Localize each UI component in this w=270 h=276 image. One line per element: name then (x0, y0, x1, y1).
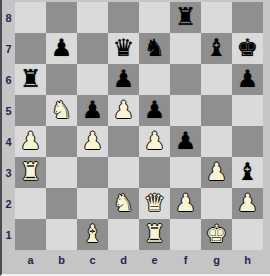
square-e4[interactable]: ♟ (139, 126, 170, 157)
square-h2[interactable]: ♟ (232, 188, 263, 219)
black-pawn[interactable]: ♟ (82, 95, 104, 126)
white-pawn[interactable]: ♟ (144, 126, 166, 157)
square-f5[interactable] (170, 95, 201, 126)
square-e7[interactable]: ♞ (139, 33, 170, 64)
rank-label-2: 2 (2, 188, 15, 219)
black-pawn[interactable]: ♟ (144, 95, 166, 126)
rank-labels: 8 7 6 5 4 3 2 1 (2, 2, 15, 250)
file-labels: a b c d e f g h (15, 251, 263, 269)
white-rook[interactable]: ♜ (144, 219, 166, 250)
square-d6[interactable]: ♟ (108, 64, 139, 95)
black-bishop[interactable]: ♝ (237, 157, 259, 188)
square-c6[interactable] (77, 64, 108, 95)
square-c3[interactable] (77, 157, 108, 188)
square-h5[interactable] (232, 95, 263, 126)
square-e1[interactable]: ♜ (139, 219, 170, 250)
white-knight[interactable]: ♞ (113, 188, 135, 219)
square-b6[interactable] (46, 64, 77, 95)
square-b5[interactable]: ♞ (46, 95, 77, 126)
square-a7[interactable] (15, 33, 46, 64)
black-pawn[interactable]: ♟ (113, 64, 135, 95)
rank-label-4: 4 (2, 126, 15, 157)
file-label-e: e (139, 251, 170, 269)
file-label-d: d (108, 251, 139, 269)
square-a3[interactable]: ♜ (15, 157, 46, 188)
square-d7[interactable]: ♛ (108, 33, 139, 64)
square-d3[interactable] (108, 157, 139, 188)
white-rook[interactable]: ♜ (20, 157, 42, 188)
chess-diagram: 8 7 6 5 4 3 2 1 ♜♟♛♞♝♚♜♟♟♞♟♟♟♟♟♟♟♜♟♝♞♛♟♟… (0, 0, 270, 276)
square-e6[interactable] (139, 64, 170, 95)
square-d4[interactable] (108, 126, 139, 157)
square-b4[interactable] (46, 126, 77, 157)
square-a6[interactable]: ♜ (15, 64, 46, 95)
rank-label-3: 3 (2, 157, 15, 188)
square-d1[interactable] (108, 219, 139, 250)
rank-label-6: 6 (2, 64, 15, 95)
square-d5[interactable]: ♟ (108, 95, 139, 126)
white-pawn[interactable]: ♟ (20, 126, 42, 157)
white-pawn[interactable]: ♟ (113, 95, 135, 126)
square-b8[interactable] (46, 2, 77, 33)
file-label-c: c (77, 251, 108, 269)
square-f2[interactable]: ♟ (170, 188, 201, 219)
square-g6[interactable] (201, 64, 232, 95)
square-c5[interactable]: ♟ (77, 95, 108, 126)
square-h8[interactable] (232, 2, 263, 33)
square-e2[interactable]: ♛ (139, 188, 170, 219)
square-g4[interactable] (201, 126, 232, 157)
square-c1[interactable]: ♝ (77, 219, 108, 250)
board[interactable]: ♜♟♛♞♝♚♜♟♟♞♟♟♟♟♟♟♟♜♟♝♞♛♟♟♝♜♚ (15, 2, 263, 250)
square-b1[interactable] (46, 219, 77, 250)
black-rook[interactable]: ♜ (20, 64, 42, 95)
rank-label-8: 8 (2, 2, 15, 33)
black-pawn[interactable]: ♟ (175, 126, 197, 157)
square-f3[interactable] (170, 157, 201, 188)
file-label-f: f (170, 251, 201, 269)
square-c2[interactable] (77, 188, 108, 219)
square-g3[interactable]: ♟ (201, 157, 232, 188)
rank-label-5: 5 (2, 95, 15, 126)
black-pawn[interactable]: ♟ (237, 64, 259, 95)
square-f7[interactable] (170, 33, 201, 64)
square-e5[interactable]: ♟ (139, 95, 170, 126)
square-g7[interactable]: ♝ (201, 33, 232, 64)
white-pawn[interactable]: ♟ (82, 126, 104, 157)
file-label-h: h (232, 251, 263, 269)
square-h3[interactable]: ♝ (232, 157, 263, 188)
white-king[interactable]: ♚ (206, 219, 228, 250)
white-pawn[interactable]: ♟ (237, 188, 259, 219)
white-pawn[interactable]: ♟ (206, 157, 228, 188)
file-label-a: a (15, 251, 46, 269)
rank-label-1: 1 (2, 219, 15, 250)
white-knight[interactable]: ♞ (51, 95, 73, 126)
square-a5[interactable] (15, 95, 46, 126)
black-pawn[interactable]: ♟ (51, 33, 73, 64)
white-pawn[interactable]: ♟ (175, 188, 197, 219)
white-bishop[interactable]: ♝ (82, 219, 104, 250)
square-g8[interactable] (201, 2, 232, 33)
square-b3[interactable] (46, 157, 77, 188)
file-label-g: g (201, 251, 232, 269)
black-rook[interactable]: ♜ (175, 2, 197, 33)
black-queen[interactable]: ♛ (113, 33, 135, 64)
square-d8[interactable] (108, 2, 139, 33)
black-knight[interactable]: ♞ (144, 33, 166, 64)
square-c8[interactable] (77, 2, 108, 33)
square-a4[interactable]: ♟ (15, 126, 46, 157)
black-king[interactable]: ♚ (237, 33, 259, 64)
square-a2[interactable] (15, 188, 46, 219)
square-a1[interactable] (15, 219, 46, 250)
square-f6[interactable] (170, 64, 201, 95)
square-e3[interactable] (139, 157, 170, 188)
square-h6[interactable]: ♟ (232, 64, 263, 95)
square-h4[interactable] (232, 126, 263, 157)
square-b7[interactable]: ♟ (46, 33, 77, 64)
square-h7[interactable]: ♚ (232, 33, 263, 64)
square-h1[interactable] (232, 219, 263, 250)
square-g2[interactable] (201, 188, 232, 219)
square-g1[interactable]: ♚ (201, 219, 232, 250)
square-a8[interactable] (15, 2, 46, 33)
square-f8[interactable]: ♜ (170, 2, 201, 33)
rank-label-7: 7 (2, 33, 15, 64)
square-f1[interactable] (170, 219, 201, 250)
square-c4[interactable]: ♟ (77, 126, 108, 157)
square-b2[interactable] (46, 188, 77, 219)
white-queen[interactable]: ♛ (144, 188, 166, 219)
square-d2[interactable]: ♞ (108, 188, 139, 219)
square-e8[interactable] (139, 2, 170, 33)
file-label-b: b (46, 251, 77, 269)
square-g5[interactable] (201, 95, 232, 126)
black-bishop[interactable]: ♝ (206, 33, 228, 64)
square-c7[interactable] (77, 33, 108, 64)
square-f4[interactable]: ♟ (170, 126, 201, 157)
